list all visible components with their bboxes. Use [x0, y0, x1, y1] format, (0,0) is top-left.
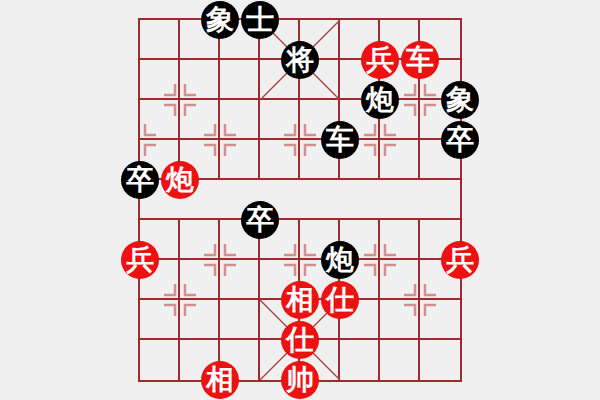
red-soldier-3[interactable]: 兵 [441, 241, 479, 279]
board-cell[interactable] [140, 300, 180, 340]
red-elephant-1[interactable]: 相 [281, 281, 319, 319]
black-elephant-1[interactable]: 象 [201, 1, 239, 39]
red-general[interactable]: 帅 [281, 361, 319, 399]
board-cell[interactable] [180, 220, 220, 260]
board-cell[interactable] [180, 100, 220, 140]
board-cell[interactable] [420, 300, 460, 340]
board-cell[interactable] [260, 140, 300, 180]
board-cell[interactable] [220, 140, 260, 180]
black-cannon-2[interactable]: 炮 [321, 241, 359, 279]
board-cell[interactable] [340, 180, 380, 220]
black-soldier-1[interactable]: 卒 [441, 121, 479, 159]
board-cell[interactable] [180, 300, 220, 340]
black-advisor-1[interactable]: 士 [241, 1, 279, 39]
board-cell[interactable] [220, 300, 260, 340]
black-soldier-3[interactable]: 卒 [241, 201, 279, 239]
board-cell[interactable] [180, 260, 220, 300]
red-soldier-2[interactable]: 兵 [121, 241, 159, 279]
board-cell[interactable] [300, 180, 340, 220]
black-elephant-2[interactable]: 象 [441, 81, 479, 119]
red-soldier-1[interactable]: 兵 [361, 41, 399, 79]
board-cell[interactable] [380, 300, 420, 340]
board-cell[interactable] [140, 100, 180, 140]
black-chariot-1[interactable]: 车 [321, 121, 359, 159]
board-cell[interactable] [140, 340, 180, 380]
red-advisor-2[interactable]: 仕 [281, 321, 319, 359]
red-elephant-2[interactable]: 相 [201, 361, 239, 399]
red-chariot-1[interactable]: 车 [401, 41, 439, 79]
black-general[interactable]: 将 [281, 41, 319, 79]
board-cell[interactable] [380, 220, 420, 260]
board-cell[interactable] [180, 60, 220, 100]
board-cell[interactable] [140, 60, 180, 100]
board-cell[interactable] [260, 100, 300, 140]
red-advisor-1[interactable]: 仕 [321, 281, 359, 319]
board-cell[interactable] [340, 340, 380, 380]
board-cell[interactable] [420, 180, 460, 220]
red-cannon-1[interactable]: 炮 [161, 161, 199, 199]
xiangqi-board-screen: 象士将兵车炮象车卒卒炮卒兵炮兵相仕仕相帅 [0, 0, 600, 400]
black-soldier-2[interactable]: 卒 [121, 161, 159, 199]
board-cell[interactable] [380, 340, 420, 380]
board-cell[interactable] [220, 100, 260, 140]
board-cell[interactable] [140, 20, 180, 60]
board-cell[interactable] [420, 340, 460, 380]
board-cell[interactable] [380, 180, 420, 220]
board-cell[interactable] [220, 60, 260, 100]
board-cell[interactable] [380, 260, 420, 300]
board-cell[interactable] [220, 260, 260, 300]
board-cell[interactable] [380, 140, 420, 180]
black-cannon-1[interactable]: 炮 [361, 81, 399, 119]
